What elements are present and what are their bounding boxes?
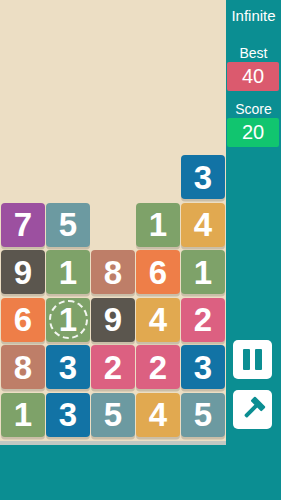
tile-2[interactable]: 2 [181, 298, 225, 342]
tile-8[interactable]: 8 [1, 345, 45, 389]
tile-3[interactable]: 3 [181, 155, 225, 199]
board-floor [0, 441, 226, 445]
tile-1[interactable]: 1 [136, 203, 180, 247]
tile-2[interactable]: 2 [136, 345, 180, 389]
tile-1[interactable]: 1 [46, 298, 90, 342]
best-value-badge: 40 [227, 62, 279, 91]
empty-cell [1, 155, 45, 199]
tile-4[interactable]: 4 [181, 203, 225, 247]
tile-2[interactable]: 2 [91, 345, 135, 389]
empty-cell [91, 203, 135, 247]
sidebar: Infinite Best 40 Score 20 [226, 0, 281, 500]
mode-label: Infinite [226, 7, 281, 24]
game-screen: 3751491861619428322313545 Infinite Best … [0, 0, 281, 500]
tile-5[interactable]: 5 [181, 393, 225, 437]
tile-8[interactable]: 8 [91, 250, 135, 294]
tile-9[interactable]: 9 [1, 250, 45, 294]
tile-3[interactable]: 3 [181, 345, 225, 389]
pause-button[interactable] [233, 340, 272, 379]
tile-1[interactable]: 1 [181, 250, 225, 294]
tile-6[interactable]: 6 [136, 250, 180, 294]
best-label: Best [226, 45, 281, 61]
tile-3[interactable]: 3 [46, 345, 90, 389]
tile-7[interactable]: 7 [1, 203, 45, 247]
pause-icon [243, 349, 262, 370]
hammer-icon [239, 396, 266, 423]
tile-1[interactable]: 1 [46, 250, 90, 294]
score-value-badge: 20 [227, 118, 279, 147]
tile-9[interactable]: 9 [91, 298, 135, 342]
board-grid: 3751491861619428322313545 [1, 155, 225, 437]
selection-ring: 1 [49, 300, 88, 339]
empty-cell [91, 155, 135, 199]
tile-6[interactable]: 6 [1, 298, 45, 342]
score-label: Score [226, 101, 281, 117]
tile-3[interactable]: 3 [46, 393, 90, 437]
tile-5[interactable]: 5 [46, 203, 90, 247]
tile-5[interactable]: 5 [91, 393, 135, 437]
tile-4[interactable]: 4 [136, 298, 180, 342]
hammer-button[interactable] [233, 390, 272, 429]
tile-1[interactable]: 1 [1, 393, 45, 437]
empty-cell [46, 155, 90, 199]
playfield: 3751491861619428322313545 [0, 0, 226, 445]
tile-4[interactable]: 4 [136, 393, 180, 437]
empty-cell [136, 155, 180, 199]
